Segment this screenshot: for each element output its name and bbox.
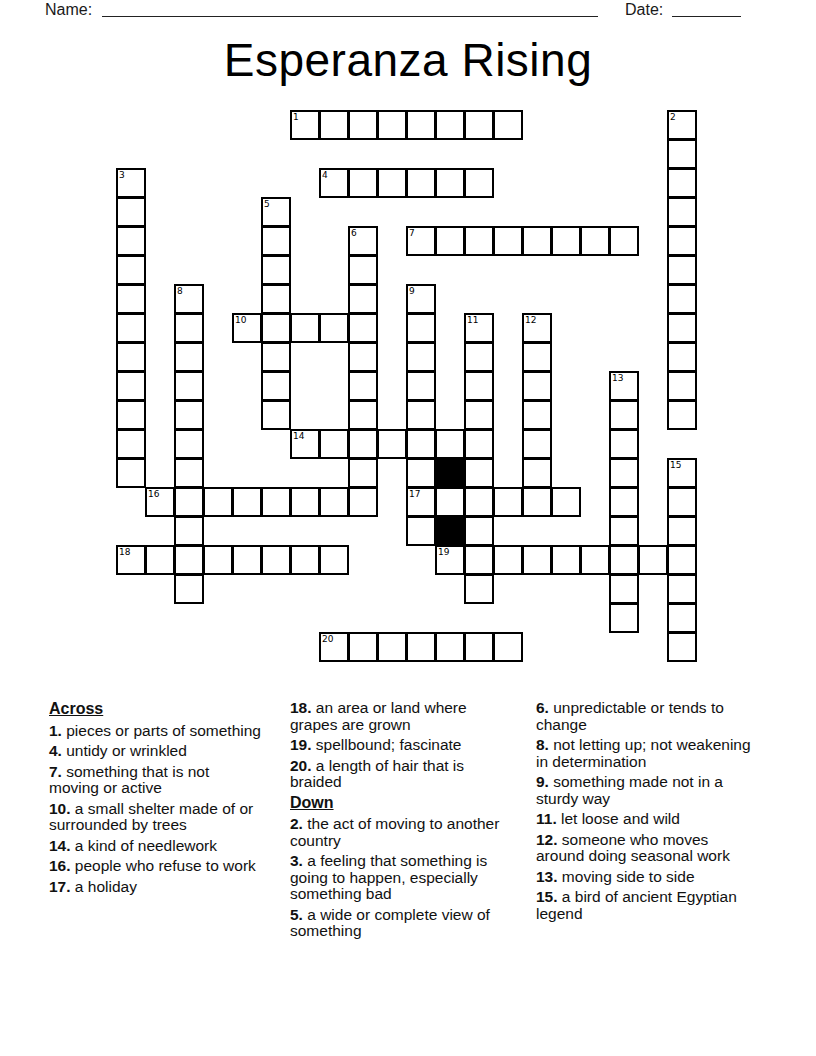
across-heading: Across [49, 701, 261, 718]
clue-text: the act of moving to another country [290, 815, 499, 849]
down-clue-3: 3. a feeling that something is going to … [290, 853, 508, 903]
black-cell [435, 458, 465, 488]
grid-cell[interactable] [464, 632, 494, 662]
grid-cell[interactable] [116, 255, 146, 285]
grid-cell[interactable] [174, 429, 204, 459]
grid-cell[interactable] [522, 545, 552, 575]
grid-cell[interactable] [174, 487, 204, 517]
clue-num: 14. [49, 837, 75, 854]
clue-num: 6. [536, 699, 553, 716]
grid-cell[interactable] [667, 313, 697, 343]
grid-cell[interactable]: 4 [319, 168, 349, 198]
clue-text: unpredictable or tends to change [536, 699, 724, 733]
grid-cell[interactable] [464, 342, 494, 372]
grid-cell[interactable] [261, 226, 291, 256]
grid-cell[interactable] [609, 458, 639, 488]
across-clue-16: 16. people who refuse to work [49, 858, 261, 875]
grid-cell[interactable]: 14 [290, 429, 320, 459]
clue-text: someone who moves around doing seasonal … [536, 831, 730, 865]
grid-cell[interactable] [522, 400, 552, 430]
grid-cell[interactable] [348, 110, 378, 140]
grid-cell[interactable] [319, 545, 349, 575]
clue-number: 9 [409, 286, 415, 296]
grid-cell[interactable] [435, 632, 465, 662]
crossword-worksheet: Name: Date: Esperanza Rising 12345678910… [0, 0, 816, 1056]
clue-number: 10 [235, 315, 246, 325]
grid-cell[interactable]: 15 [667, 458, 697, 488]
clue-number: 1 [293, 112, 299, 122]
grid-cell[interactable] [116, 284, 146, 314]
grid-cell[interactable] [667, 168, 697, 198]
grid-cell[interactable] [551, 487, 581, 517]
grid-cell[interactable] [174, 313, 204, 343]
grid-cell[interactable] [667, 487, 697, 517]
grid-cell[interactable] [522, 226, 552, 256]
grid-cell[interactable] [667, 284, 697, 314]
grid-cell[interactable] [609, 545, 639, 575]
grid-cell[interactable]: 5 [261, 197, 291, 227]
down-clue-12: 12. someone who moves around doing seaso… [536, 832, 760, 865]
clue-number: 4 [322, 170, 328, 180]
grid-cell[interactable] [522, 487, 552, 517]
across-clue-10: 10. a small shelter made of or surrounde… [49, 801, 261, 834]
page-title: Esperanza Rising [0, 33, 816, 87]
grid-cell[interactable]: 7 [406, 226, 436, 256]
clue-text: spellbound; fascinate [316, 736, 462, 753]
clue-number: 2 [670, 112, 676, 122]
grid-cell[interactable] [406, 371, 436, 401]
grid-cell[interactable] [348, 371, 378, 401]
grid-cell[interactable] [377, 429, 407, 459]
clue-number: 8 [177, 286, 183, 296]
grid-cell[interactable] [116, 371, 146, 401]
grid-cell[interactable] [174, 458, 204, 488]
grid-cell[interactable] [406, 429, 436, 459]
grid-cell[interactable] [667, 632, 697, 662]
grid-cell[interactable]: 8 [174, 284, 204, 314]
grid-cell[interactable] [290, 487, 320, 517]
crossword-grid: 1234567891011121314151617181920 [116, 110, 698, 663]
clue-text: a holiday [75, 878, 137, 895]
clue-text: a feeling that something is going to hap… [290, 852, 487, 902]
clues-column-down: 6. unpredictable or tends to change8. no… [536, 700, 760, 926]
grid-cell[interactable] [522, 342, 552, 372]
grid-cell[interactable] [551, 545, 581, 575]
down-clue-5: 5. a wide or complete view of something [290, 907, 508, 940]
clue-num: 16. [49, 857, 75, 874]
grid-cell[interactable] [435, 110, 465, 140]
grid-cell[interactable] [348, 487, 378, 517]
clue-text: people who refuse to work [75, 857, 256, 874]
grid-cell[interactable] [522, 371, 552, 401]
grid-cell[interactable] [203, 545, 233, 575]
grid-cell[interactable] [435, 168, 465, 198]
clue-number: 11 [467, 315, 478, 325]
grid-cell[interactable]: 18 [116, 545, 146, 575]
grid-cell[interactable]: 16 [145, 487, 175, 517]
clue-num: 12. [536, 831, 562, 848]
down-clue-6: 6. unpredictable or tends to change [536, 700, 760, 733]
across-clue-1: 1. pieces or parts of something [49, 723, 261, 740]
clue-number: 3 [119, 170, 125, 180]
grid-cell[interactable] [406, 458, 436, 488]
clue-number: 6 [351, 228, 357, 238]
clue-text: a length of hair that is braided [290, 757, 464, 791]
clue-number: 16 [148, 489, 159, 499]
grid-cell[interactable] [667, 400, 697, 430]
grid-cell[interactable] [609, 603, 639, 633]
grid-cell[interactable] [493, 226, 523, 256]
grid-cell[interactable] [348, 168, 378, 198]
grid-cell[interactable] [464, 110, 494, 140]
clue-number: 15 [670, 460, 681, 470]
grid-cell[interactable] [377, 632, 407, 662]
down-clue-2: 2. the act of moving to another country [290, 816, 508, 849]
grid-cell[interactable]: 3 [116, 168, 146, 198]
clue-number: 14 [293, 431, 304, 441]
clue-number: 18 [119, 547, 130, 557]
grid-cell[interactable] [174, 342, 204, 372]
grid-cell[interactable] [667, 226, 697, 256]
grid-cell[interactable] [348, 429, 378, 459]
grid-cell[interactable] [406, 313, 436, 343]
grid-cell[interactable] [464, 516, 494, 546]
across-clue-14: 14. a kind of needlework [49, 838, 261, 855]
grid-cell[interactable]: 6 [348, 226, 378, 256]
grid-cell[interactable]: 10 [232, 313, 262, 343]
grid-cell[interactable] [116, 313, 146, 343]
clue-number: 5 [264, 199, 270, 209]
grid-cell[interactable] [667, 516, 697, 546]
clue-num: 13. [536, 868, 562, 885]
across-clue-7: 7. something that is not moving or activ… [49, 764, 261, 797]
across-clue-20: 20. a length of hair that is braided [290, 758, 508, 791]
down-clue-11: 11. let loose and wild [536, 811, 760, 828]
grid-cell[interactable] [290, 313, 320, 343]
grid-cell[interactable] [522, 458, 552, 488]
grid-cell[interactable] [348, 342, 378, 372]
grid-cell[interactable] [174, 545, 204, 575]
clue-number: 19 [438, 547, 449, 557]
grid-cell[interactable] [145, 545, 175, 575]
clue-number: 12 [525, 315, 536, 325]
clue-text: a wide or complete view of something [290, 906, 490, 940]
grid-cell[interactable] [232, 487, 262, 517]
clue-num: 18. [290, 699, 316, 716]
grid-cell[interactable] [609, 516, 639, 546]
clue-num: 5. [290, 906, 307, 923]
grid-cell[interactable] [116, 197, 146, 227]
grid-cell[interactable]: 1 [290, 110, 320, 140]
grid-cell[interactable] [377, 168, 407, 198]
grid-cell[interactable] [261, 371, 291, 401]
grid-cell[interactable] [319, 429, 349, 459]
clue-text: untidy or wrinkled [66, 742, 187, 759]
grid-cell[interactable] [261, 342, 291, 372]
clue-num: 3. [290, 852, 307, 869]
grid-cell[interactable] [609, 487, 639, 517]
grid-cell[interactable] [406, 342, 436, 372]
grid-cell[interactable] [174, 516, 204, 546]
grid-cell[interactable] [435, 226, 465, 256]
across-clue-17: 17. a holiday [49, 879, 261, 896]
grid-cell[interactable] [464, 574, 494, 604]
grid-cell[interactable] [116, 226, 146, 256]
grid-cell[interactable] [667, 603, 697, 633]
clue-text: let loose and wild [561, 810, 680, 827]
black-cell [435, 516, 465, 546]
grid-cell[interactable] [667, 342, 697, 372]
across-clue-4: 4. untidy or wrinkled [49, 743, 261, 760]
grid-cell[interactable] [638, 545, 668, 575]
clue-num: 7. [49, 763, 66, 780]
grid-cell[interactable] [609, 226, 639, 256]
clue-text: something that is not moving or active [49, 763, 209, 797]
grid-cell[interactable] [261, 284, 291, 314]
clues-column-across: Across1. pieces or parts of something4. … [49, 700, 261, 899]
grid-cell[interactable] [261, 400, 291, 430]
clue-num: 10. [49, 800, 75, 817]
grid-cell[interactable] [116, 342, 146, 372]
clue-number: 17 [409, 489, 420, 499]
grid-cell[interactable] [406, 632, 436, 662]
name-label: Name: [45, 1, 92, 19]
grid-cell[interactable] [348, 400, 378, 430]
grid-cell[interactable] [667, 139, 697, 169]
grid-cell[interactable]: 11 [464, 313, 494, 343]
grid-cell[interactable] [580, 545, 610, 575]
grid-cell[interactable] [493, 110, 523, 140]
grid-cell[interactable]: 12 [522, 313, 552, 343]
clue-num: 20. [290, 757, 316, 774]
clue-text: a small shelter made of or surrounded by… [49, 800, 253, 834]
grid-cell[interactable] [174, 371, 204, 401]
grid-cell[interactable] [116, 400, 146, 430]
grid-cell[interactable] [261, 255, 291, 285]
name-fill-line[interactable] [102, 16, 598, 17]
grid-cell[interactable] [203, 487, 233, 517]
grid-cell[interactable]: 13 [609, 371, 639, 401]
grid-cell[interactable] [435, 487, 465, 517]
clue-text: a kind of needlework [75, 837, 217, 854]
grid-cell[interactable]: 9 [406, 284, 436, 314]
grid-cell[interactable]: 20 [319, 632, 349, 662]
grid-cell[interactable] [116, 458, 146, 488]
clue-text: moving side to side [562, 868, 695, 885]
clue-number: 7 [409, 228, 415, 238]
grid-cell[interactable] [464, 400, 494, 430]
grid-cell[interactable] [464, 545, 494, 575]
grid-cell[interactable] [609, 429, 639, 459]
grid-cell[interactable] [261, 487, 291, 517]
clue-num: 2. [290, 815, 307, 832]
grid-cell[interactable] [319, 110, 349, 140]
clue-num: 8. [536, 736, 553, 753]
grid-cell[interactable]: 2 [667, 110, 697, 140]
clue-num: 4. [49, 742, 66, 759]
clue-num: 17. [49, 878, 75, 895]
clue-text: not letting up; not weakening in determi… [536, 736, 751, 770]
across-clue-18: 18. an area or land where grapes are gro… [290, 700, 508, 733]
clue-text: an area or land where grapes are grown [290, 699, 467, 733]
grid-cell[interactable] [493, 632, 523, 662]
date-label: Date: [625, 1, 663, 19]
grid-cell[interactable] [348, 632, 378, 662]
down-clue-8: 8. not letting up; not weakening in dete… [536, 737, 760, 770]
grid-cell[interactable] [406, 400, 436, 430]
clue-num: 15. [536, 888, 562, 905]
grid-cell[interactable] [493, 487, 523, 517]
grid-cell[interactable] [174, 400, 204, 430]
grid-cell[interactable] [406, 110, 436, 140]
grid-cell[interactable] [551, 226, 581, 256]
clue-text: a bird of ancient Egyptian legend [536, 888, 737, 922]
grid-cell[interactable] [667, 255, 697, 285]
grid-cell[interactable] [377, 110, 407, 140]
grid-cell[interactable] [464, 429, 494, 459]
grid-cell[interactable] [464, 226, 494, 256]
grid-cell[interactable] [290, 545, 320, 575]
down-heading: Down [290, 795, 508, 812]
grid-cell[interactable] [348, 255, 378, 285]
grid-cell[interactable]: 19 [435, 545, 465, 575]
grid-cell[interactable]: 17 [406, 487, 436, 517]
grid-cell[interactable] [348, 313, 378, 343]
grid-cell[interactable] [406, 516, 436, 546]
clue-num: 11. [536, 810, 561, 827]
clue-number: 20 [322, 634, 333, 644]
grid-cell[interactable] [609, 574, 639, 604]
grid-cell[interactable] [261, 313, 291, 343]
clue-text: something made not in a sturdy way [536, 773, 723, 807]
across-clue-19: 19. spellbound; fascinate [290, 737, 508, 754]
clue-num: 9. [536, 773, 553, 790]
down-clue-13: 13. moving side to side [536, 869, 760, 886]
grid-cell[interactable] [667, 197, 697, 227]
grid-cell[interactable] [580, 226, 610, 256]
grid-cell[interactable] [319, 313, 349, 343]
clues-column-middle: 18. an area or land where grapes are gro… [290, 700, 508, 944]
down-clue-15: 15. a bird of ancient Egyptian legend [536, 889, 760, 922]
clue-num: 1. [49, 722, 66, 739]
grid-cell[interactable] [406, 168, 436, 198]
grid-cell[interactable] [667, 545, 697, 575]
grid-cell[interactable] [174, 574, 204, 604]
clue-text: pieces or parts of something [66, 722, 261, 739]
down-clue-9: 9. something made not in a sturdy way [536, 774, 760, 807]
grid-cell[interactable] [464, 168, 494, 198]
grid-cell[interactable] [464, 487, 494, 517]
grid-cell[interactable] [348, 284, 378, 314]
grid-cell[interactable] [232, 545, 262, 575]
grid-cell[interactable] [116, 429, 146, 459]
grid-cell[interactable] [667, 574, 697, 604]
grid-cell[interactable] [319, 487, 349, 517]
grid-cell[interactable] [464, 458, 494, 488]
grid-cell[interactable] [261, 545, 291, 575]
grid-cell[interactable] [522, 429, 552, 459]
grid-cell[interactable] [667, 371, 697, 401]
grid-cell[interactable] [493, 545, 523, 575]
clue-num: 19. [290, 736, 316, 753]
grid-cell[interactable] [464, 371, 494, 401]
grid-cell[interactable] [348, 458, 378, 488]
clue-number: 13 [612, 373, 623, 383]
date-fill-line[interactable] [672, 16, 741, 17]
grid-cell[interactable] [435, 429, 465, 459]
grid-cell[interactable] [609, 400, 639, 430]
